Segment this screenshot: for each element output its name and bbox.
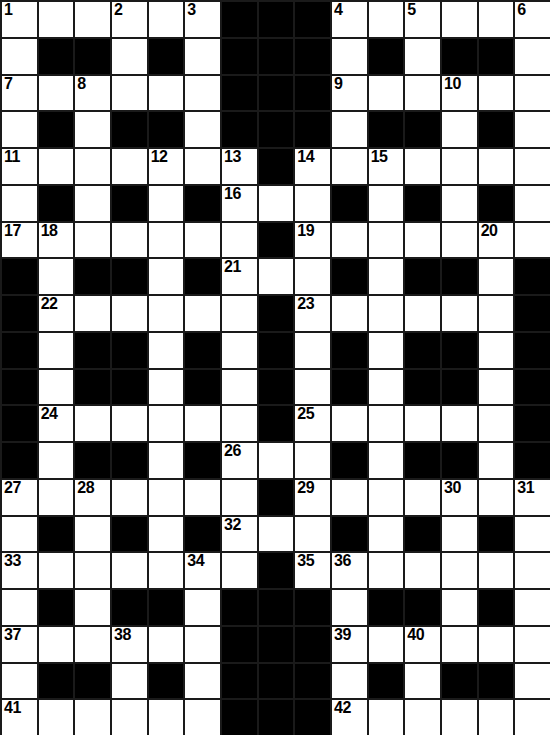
cell-r1c5[interactable] <box>149 2 184 37</box>
cell-r5c7[interactable]: 13 <box>222 149 257 184</box>
black-cell-r11c8 <box>259 370 294 405</box>
clue-number-39: 39 <box>334 627 351 644</box>
cell-r16c15[interactable] <box>515 553 550 588</box>
cell-r1c3[interactable] <box>75 2 110 37</box>
clue-number-35: 35 <box>297 553 314 570</box>
cell-r6c15[interactable] <box>515 186 550 221</box>
clue-number-20: 20 <box>481 223 498 240</box>
black-cell-r6c10 <box>332 186 367 221</box>
cell-r5c3[interactable] <box>75 149 110 184</box>
black-cell-r11c4 <box>112 370 147 405</box>
cell-r7c3[interactable] <box>75 223 110 258</box>
black-cell-r4c8 <box>259 112 294 147</box>
cell-r9c2[interactable]: 22 <box>39 296 74 331</box>
cell-r20c12[interactable] <box>405 700 440 735</box>
black-cell-r3c8 <box>259 76 294 111</box>
cell-r17c10[interactable] <box>332 590 367 625</box>
clue-number-19: 19 <box>297 223 314 240</box>
cell-r7c11[interactable] <box>369 223 404 258</box>
cell-r3c12[interactable] <box>405 76 440 111</box>
cell-r5c6[interactable] <box>185 149 220 184</box>
cell-r2c15[interactable] <box>515 39 550 74</box>
cell-r6c7[interactable]: 16 <box>222 186 257 221</box>
cell-r16c6[interactable]: 34 <box>185 553 220 588</box>
cell-r9c11[interactable] <box>369 296 404 331</box>
cell-r17c15[interactable] <box>515 590 550 625</box>
black-cell-r15c12 <box>405 517 440 552</box>
cell-r4c10[interactable] <box>332 112 367 147</box>
black-cell-r13c15 <box>515 443 550 478</box>
cell-r16c2[interactable] <box>39 553 74 588</box>
clue-number-1: 1 <box>4 2 12 19</box>
black-cell-r13c4 <box>112 443 147 478</box>
clue-number-11: 11 <box>4 149 20 166</box>
cell-r14c13[interactable]: 30 <box>442 480 477 515</box>
cell-r5c10[interactable] <box>332 149 367 184</box>
cell-r11c5[interactable] <box>149 370 184 405</box>
cell-r3c5[interactable] <box>149 76 184 111</box>
cell-r5c15[interactable] <box>515 149 550 184</box>
cell-r16c13[interactable] <box>442 553 477 588</box>
clue-number-17: 17 <box>4 223 21 240</box>
cell-r1c13[interactable] <box>442 2 477 37</box>
cell-r8c2[interactable] <box>39 259 74 294</box>
cell-r7c12[interactable] <box>405 223 440 258</box>
black-cell-r17c9 <box>295 590 330 625</box>
cell-r15c1[interactable] <box>2 517 37 552</box>
cell-r8c9[interactable] <box>295 259 330 294</box>
cell-r14c5[interactable] <box>149 480 184 515</box>
black-cell-r2c5 <box>149 39 184 74</box>
cell-r14c15[interactable]: 31 <box>515 480 550 515</box>
cell-r13c7[interactable]: 26 <box>222 443 257 478</box>
cell-r3c4[interactable] <box>112 76 147 111</box>
cell-r5c11[interactable]: 15 <box>369 149 404 184</box>
clue-number-13: 13 <box>224 149 241 166</box>
black-cell-r18c7 <box>222 627 257 662</box>
cell-r5c14[interactable] <box>479 149 514 184</box>
cell-r20c2[interactable] <box>39 700 74 735</box>
clue-number-2: 2 <box>114 2 122 19</box>
cell-r12c5[interactable] <box>149 406 184 441</box>
cell-r12c4[interactable] <box>112 406 147 441</box>
cell-r20c5[interactable] <box>149 700 184 735</box>
cell-r9c3[interactable] <box>75 296 110 331</box>
cell-r17c6[interactable] <box>185 590 220 625</box>
cell-r18c3[interactable] <box>75 627 110 662</box>
black-cell-r19c7 <box>222 664 257 699</box>
cell-r7c2[interactable]: 18 <box>39 223 74 258</box>
cell-r15c13[interactable] <box>442 517 477 552</box>
black-cell-r10c15 <box>515 333 550 368</box>
cell-r3c10[interactable]: 9 <box>332 76 367 111</box>
cell-r6c11[interactable] <box>369 186 404 221</box>
black-cell-r20c8 <box>259 700 294 735</box>
cell-r13c11[interactable] <box>369 443 404 478</box>
black-cell-r19c13 <box>442 664 477 699</box>
cell-r7c5[interactable] <box>149 223 184 258</box>
cell-r19c4[interactable] <box>112 664 147 699</box>
cell-r6c9[interactable] <box>295 186 330 221</box>
cell-r2c4[interactable] <box>112 39 147 74</box>
cell-r14c6[interactable] <box>185 480 220 515</box>
cell-r18c1[interactable]: 37 <box>2 627 37 662</box>
clue-number-21: 21 <box>224 259 241 276</box>
cell-r13c8[interactable] <box>259 443 294 478</box>
cell-r15c3[interactable] <box>75 517 110 552</box>
cell-r16c12[interactable] <box>405 553 440 588</box>
black-cell-r1c8 <box>259 2 294 37</box>
cell-r1c4[interactable]: 2 <box>112 2 147 37</box>
cell-r1c10[interactable]: 4 <box>332 2 367 37</box>
cell-r12c11[interactable] <box>369 406 404 441</box>
cell-r7c9[interactable]: 19 <box>295 223 330 258</box>
cell-r14c9[interactable]: 29 <box>295 480 330 515</box>
cell-r5c5[interactable]: 12 <box>149 149 184 184</box>
cell-r10c11[interactable] <box>369 333 404 368</box>
black-cell-r14c8 <box>259 480 294 515</box>
cell-r4c6[interactable] <box>185 112 220 147</box>
cell-r12c12[interactable] <box>405 406 440 441</box>
cell-r7c13[interactable] <box>442 223 477 258</box>
cell-r16c1[interactable]: 33 <box>2 553 37 588</box>
clue-number-38: 38 <box>114 627 131 644</box>
black-cell-r9c8 <box>259 296 294 331</box>
cell-r9c10[interactable] <box>332 296 367 331</box>
black-cell-r4c5 <box>149 112 184 147</box>
cell-r17c1[interactable] <box>2 590 37 625</box>
black-cell-r11c10 <box>332 370 367 405</box>
clue-number-18: 18 <box>41 223 58 240</box>
black-cell-r18c9 <box>295 627 330 662</box>
cell-r12c10[interactable] <box>332 406 367 441</box>
clue-number-42: 42 <box>334 700 351 717</box>
black-cell-r8c1 <box>2 259 37 294</box>
cell-r11c2[interactable] <box>39 370 74 405</box>
cell-r20c6[interactable] <box>185 700 220 735</box>
black-cell-r19c8 <box>259 664 294 699</box>
cell-r20c1[interactable]: 41 <box>2 700 37 735</box>
cell-r12c3[interactable] <box>75 406 110 441</box>
cell-r18c10[interactable]: 39 <box>332 627 367 662</box>
cell-r9c6[interactable] <box>185 296 220 331</box>
cell-r7c6[interactable] <box>185 223 220 258</box>
black-cell-r15c6 <box>185 517 220 552</box>
black-cell-r11c6 <box>185 370 220 405</box>
cell-r19c6[interactable] <box>185 664 220 699</box>
cell-r13c2[interactable] <box>39 443 74 478</box>
cell-r3c1[interactable]: 7 <box>2 76 37 111</box>
cell-r15c7[interactable]: 32 <box>222 517 257 552</box>
cell-r6c1[interactable] <box>2 186 37 221</box>
cell-r7c4[interactable] <box>112 223 147 258</box>
black-cell-r6c2 <box>39 186 74 221</box>
cell-r14c10[interactable] <box>332 480 367 515</box>
black-cell-r10c4 <box>112 333 147 368</box>
black-cell-r1c9 <box>295 2 330 37</box>
cell-r2c10[interactable] <box>332 39 367 74</box>
black-cell-r2c7 <box>222 39 257 74</box>
cell-r17c3[interactable] <box>75 590 110 625</box>
cell-r4c15[interactable] <box>515 112 550 147</box>
black-cell-r17c4 <box>112 590 147 625</box>
cell-r8c7[interactable]: 21 <box>222 259 257 294</box>
black-cell-r11c3 <box>75 370 110 405</box>
cell-r19c12[interactable] <box>405 664 440 699</box>
cell-r1c12[interactable]: 5 <box>405 2 440 37</box>
cell-r20c11[interactable] <box>369 700 404 735</box>
clue-number-5: 5 <box>407 2 415 19</box>
clue-number-40: 40 <box>407 627 424 644</box>
cell-r7c15[interactable] <box>515 223 550 258</box>
cell-r16c11[interactable] <box>369 553 404 588</box>
clue-number-26: 26 <box>224 443 241 460</box>
cell-r2c12[interactable] <box>405 39 440 74</box>
cell-r12c14[interactable] <box>479 406 514 441</box>
cell-r15c5[interactable] <box>149 517 184 552</box>
black-cell-r15c4 <box>112 517 147 552</box>
cell-r7c14[interactable]: 20 <box>479 223 514 258</box>
cell-r2c6[interactable] <box>185 39 220 74</box>
cell-r11c14[interactable] <box>479 370 514 405</box>
cell-r6c13[interactable] <box>442 186 477 221</box>
cell-r3c11[interactable] <box>369 76 404 111</box>
cell-r19c15[interactable] <box>515 664 550 699</box>
cell-r10c5[interactable] <box>149 333 184 368</box>
clue-number-9: 9 <box>334 76 342 93</box>
cell-r9c9[interactable]: 23 <box>295 296 330 331</box>
black-cell-r9c15 <box>515 296 550 331</box>
cell-r3c6[interactable] <box>185 76 220 111</box>
cell-r20c14[interactable] <box>479 700 514 735</box>
cell-r10c2[interactable] <box>39 333 74 368</box>
cell-r18c6[interactable] <box>185 627 220 662</box>
cell-r18c5[interactable] <box>149 627 184 662</box>
black-cell-r12c8 <box>259 406 294 441</box>
cell-r18c4[interactable]: 38 <box>112 627 147 662</box>
black-cell-r8c10 <box>332 259 367 294</box>
clue-number-22: 22 <box>41 296 58 313</box>
cell-r14c14[interactable] <box>479 480 514 515</box>
black-cell-r10c10 <box>332 333 367 368</box>
clue-number-25: 25 <box>297 406 314 423</box>
cell-r16c5[interactable] <box>149 553 184 588</box>
cell-r12c2[interactable]: 24 <box>39 406 74 441</box>
cell-r14c11[interactable] <box>369 480 404 515</box>
clue-number-32: 32 <box>224 517 241 534</box>
cell-r9c4[interactable] <box>112 296 147 331</box>
cell-r15c9[interactable] <box>295 517 330 552</box>
cell-r12c13[interactable] <box>442 406 477 441</box>
black-cell-r2c8 <box>259 39 294 74</box>
black-cell-r6c14 <box>479 186 514 221</box>
cell-r7c10[interactable] <box>332 223 367 258</box>
cell-r1c2[interactable] <box>39 2 74 37</box>
cell-r13c5[interactable] <box>149 443 184 478</box>
cell-r16c4[interactable] <box>112 553 147 588</box>
black-cell-r5c8 <box>259 149 294 184</box>
cell-r16c3[interactable] <box>75 553 110 588</box>
cell-r3c3[interactable]: 8 <box>75 76 110 111</box>
cell-r2c1[interactable] <box>2 39 37 74</box>
black-cell-r19c9 <box>295 664 330 699</box>
black-cell-r4c7 <box>222 112 257 147</box>
cell-r1c14[interactable] <box>479 2 514 37</box>
black-cell-r17c5 <box>149 590 184 625</box>
clue-number-24: 24 <box>41 406 58 423</box>
black-cell-r2c3 <box>75 39 110 74</box>
clue-number-12: 12 <box>151 149 168 166</box>
cell-r11c7[interactable] <box>222 370 257 405</box>
cell-r16c9[interactable]: 35 <box>295 553 330 588</box>
cell-r3c2[interactable] <box>39 76 74 111</box>
cell-r17c13[interactable] <box>442 590 477 625</box>
black-cell-r15c10 <box>332 517 367 552</box>
cell-r1c1[interactable]: 1 <box>2 2 37 37</box>
cell-r18c15[interactable] <box>515 627 550 662</box>
black-cell-r13c13 <box>442 443 477 478</box>
cell-r14c3[interactable]: 28 <box>75 480 110 515</box>
cell-r5c13[interactable] <box>442 149 477 184</box>
crossword-grid: 1234567891011121314151617181920212223242… <box>0 0 550 735</box>
cell-r5c4[interactable] <box>112 149 147 184</box>
cell-r7c1[interactable]: 17 <box>2 223 37 258</box>
black-cell-r2c2 <box>39 39 74 74</box>
black-cell-r19c3 <box>75 664 110 699</box>
black-cell-r13c10 <box>332 443 367 478</box>
cell-r11c11[interactable] <box>369 370 404 405</box>
black-cell-r8c12 <box>405 259 440 294</box>
clue-number-34: 34 <box>187 553 204 570</box>
black-cell-r20c7 <box>222 700 257 735</box>
cell-r1c15[interactable]: 6 <box>515 2 550 37</box>
cell-r18c11[interactable] <box>369 627 404 662</box>
cell-r11c9[interactable] <box>295 370 330 405</box>
cell-r20c10[interactable]: 42 <box>332 700 367 735</box>
clue-number-14: 14 <box>297 149 314 166</box>
cell-r10c9[interactable] <box>295 333 330 368</box>
cell-r18c14[interactable] <box>479 627 514 662</box>
cell-r4c13[interactable] <box>442 112 477 147</box>
black-cell-r19c14 <box>479 664 514 699</box>
black-cell-r19c11 <box>369 664 404 699</box>
cell-r9c14[interactable] <box>479 296 514 331</box>
black-cell-r4c14 <box>479 112 514 147</box>
cell-r14c4[interactable] <box>112 480 147 515</box>
black-cell-r11c15 <box>515 370 550 405</box>
cell-r20c13[interactable] <box>442 700 477 735</box>
black-cell-r7c8 <box>259 223 294 258</box>
cell-r12c6[interactable] <box>185 406 220 441</box>
cell-r7c7[interactable] <box>222 223 257 258</box>
cell-r5c12[interactable] <box>405 149 440 184</box>
cell-r10c14[interactable] <box>479 333 514 368</box>
cell-r3c13[interactable]: 10 <box>442 76 477 111</box>
cell-r14c12[interactable] <box>405 480 440 515</box>
cell-r9c13[interactable] <box>442 296 477 331</box>
cell-r9c7[interactable] <box>222 296 257 331</box>
cell-r15c15[interactable] <box>515 517 550 552</box>
black-cell-r20c9 <box>295 700 330 735</box>
clue-number-37: 37 <box>4 627 21 644</box>
cell-r20c3[interactable] <box>75 700 110 735</box>
black-cell-r11c13 <box>442 370 477 405</box>
cell-r18c12[interactable]: 40 <box>405 627 440 662</box>
cell-r20c15[interactable] <box>515 700 550 735</box>
clue-number-4: 4 <box>334 2 342 19</box>
cell-r5c9[interactable]: 14 <box>295 149 330 184</box>
cell-r15c8[interactable] <box>259 517 294 552</box>
cell-r8c11[interactable] <box>369 259 404 294</box>
cell-r12c9[interactable]: 25 <box>295 406 330 441</box>
cell-r5c1[interactable]: 11 <box>2 149 37 184</box>
black-cell-r18c8 <box>259 627 294 662</box>
black-cell-r6c12 <box>405 186 440 221</box>
cell-r4c1[interactable] <box>2 112 37 147</box>
black-cell-r4c12 <box>405 112 440 147</box>
clue-number-28: 28 <box>77 480 94 497</box>
black-cell-r2c14 <box>479 39 514 74</box>
cell-r14c2[interactable] <box>39 480 74 515</box>
cell-r19c1[interactable] <box>2 664 37 699</box>
cell-r12c7[interactable] <box>222 406 257 441</box>
cell-r16c14[interactable] <box>479 553 514 588</box>
black-cell-r8c3 <box>75 259 110 294</box>
cell-r15c11[interactable] <box>369 517 404 552</box>
cell-r5c2[interactable] <box>39 149 74 184</box>
cell-r20c4[interactable] <box>112 700 147 735</box>
black-cell-r4c4 <box>112 112 147 147</box>
clue-number-7: 7 <box>4 76 12 93</box>
cell-r6c8[interactable] <box>259 186 294 221</box>
cell-r8c14[interactable] <box>479 259 514 294</box>
cell-r1c11[interactable] <box>369 2 404 37</box>
black-cell-r17c2 <box>39 590 74 625</box>
cell-r14c7[interactable] <box>222 480 257 515</box>
cell-r18c13[interactable] <box>442 627 477 662</box>
cell-r14c1[interactable]: 27 <box>2 480 37 515</box>
black-cell-r10c13 <box>442 333 477 368</box>
cell-r6c3[interactable] <box>75 186 110 221</box>
cell-r6c5[interactable] <box>149 186 184 221</box>
black-cell-r10c3 <box>75 333 110 368</box>
cell-r1c6[interactable]: 3 <box>185 2 220 37</box>
cell-r8c5[interactable] <box>149 259 184 294</box>
black-cell-r13c3 <box>75 443 110 478</box>
black-cell-r19c2 <box>39 664 74 699</box>
cell-r8c8[interactable] <box>259 259 294 294</box>
cell-r9c12[interactable] <box>405 296 440 331</box>
cell-r4c3[interactable] <box>75 112 110 147</box>
cell-r16c10[interactable]: 36 <box>332 553 367 588</box>
cell-r3c15[interactable] <box>515 76 550 111</box>
cell-r18c2[interactable] <box>39 627 74 662</box>
cell-r13c9[interactable] <box>295 443 330 478</box>
cell-r16c7[interactable] <box>222 553 257 588</box>
cell-r3c14[interactable] <box>479 76 514 111</box>
cell-r19c10[interactable] <box>332 664 367 699</box>
cell-r13c14[interactable] <box>479 443 514 478</box>
black-cell-r10c12 <box>405 333 440 368</box>
black-cell-r4c11 <box>369 112 404 147</box>
cell-r9c5[interactable] <box>149 296 184 331</box>
clue-number-41: 41 <box>4 700 21 717</box>
clue-number-10: 10 <box>444 76 461 93</box>
black-cell-r16c8 <box>259 553 294 588</box>
cell-r10c7[interactable] <box>222 333 257 368</box>
black-cell-r17c8 <box>259 590 294 625</box>
clue-number-36: 36 <box>334 553 351 570</box>
